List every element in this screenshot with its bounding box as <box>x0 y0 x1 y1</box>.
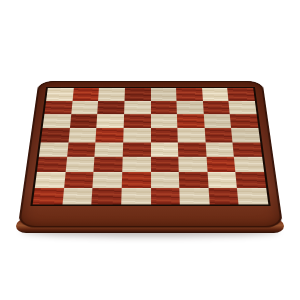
square-g3 <box>206 157 235 172</box>
square-g8 <box>201 88 228 101</box>
square-a4 <box>38 142 67 157</box>
square-d5 <box>123 128 150 142</box>
square-h6 <box>230 114 258 128</box>
square-e2 <box>150 172 179 188</box>
square-e7 <box>150 101 177 114</box>
board-inner-border <box>30 87 270 206</box>
square-b3 <box>65 157 94 172</box>
square-e3 <box>150 157 178 172</box>
square-c2 <box>92 172 121 188</box>
square-d8 <box>124 88 150 101</box>
square-e4 <box>150 142 178 157</box>
square-c5 <box>95 128 123 142</box>
square-c6 <box>96 114 123 128</box>
square-b2 <box>63 172 93 188</box>
square-c7 <box>97 101 124 114</box>
square-d1 <box>121 188 150 204</box>
square-f3 <box>178 157 207 172</box>
square-h7 <box>228 101 256 114</box>
square-h5 <box>231 128 260 142</box>
square-f2 <box>178 172 207 188</box>
chess-board-grid <box>32 88 268 205</box>
square-a3 <box>36 157 66 172</box>
square-e5 <box>150 128 177 142</box>
square-f6 <box>177 114 204 128</box>
square-g1 <box>208 188 239 204</box>
square-a2 <box>34 172 64 188</box>
square-h4 <box>232 142 261 157</box>
square-e1 <box>150 188 179 204</box>
chess-board <box>17 81 283 227</box>
square-g7 <box>202 101 229 114</box>
square-h3 <box>234 157 264 172</box>
square-a5 <box>40 128 69 142</box>
square-c8 <box>98 88 125 101</box>
square-d2 <box>121 172 150 188</box>
square-g4 <box>205 142 234 157</box>
product-photo-scene <box>0 0 300 300</box>
square-b5 <box>68 128 96 142</box>
square-h8 <box>227 88 254 101</box>
square-f8 <box>176 88 203 101</box>
square-a6 <box>42 114 70 128</box>
square-b7 <box>70 101 97 114</box>
square-d3 <box>122 157 150 172</box>
square-f7 <box>176 101 203 114</box>
square-b8 <box>72 88 99 101</box>
square-b6 <box>69 114 97 128</box>
square-d4 <box>122 142 150 157</box>
square-e6 <box>150 114 177 128</box>
square-b4 <box>66 142 95 157</box>
square-h2 <box>235 172 265 188</box>
square-g2 <box>207 172 237 188</box>
square-d6 <box>123 114 150 128</box>
square-a8 <box>46 88 73 101</box>
square-b1 <box>62 188 93 204</box>
square-f4 <box>177 142 205 157</box>
square-e8 <box>150 88 176 101</box>
square-c3 <box>93 157 122 172</box>
square-f5 <box>177 128 205 142</box>
square-f1 <box>179 188 209 204</box>
square-g6 <box>203 114 231 128</box>
square-g5 <box>204 128 232 142</box>
square-c4 <box>94 142 122 157</box>
square-a7 <box>44 101 72 114</box>
square-d7 <box>123 101 150 114</box>
square-c1 <box>91 188 121 204</box>
square-h1 <box>237 188 268 204</box>
square-a1 <box>32 188 63 204</box>
